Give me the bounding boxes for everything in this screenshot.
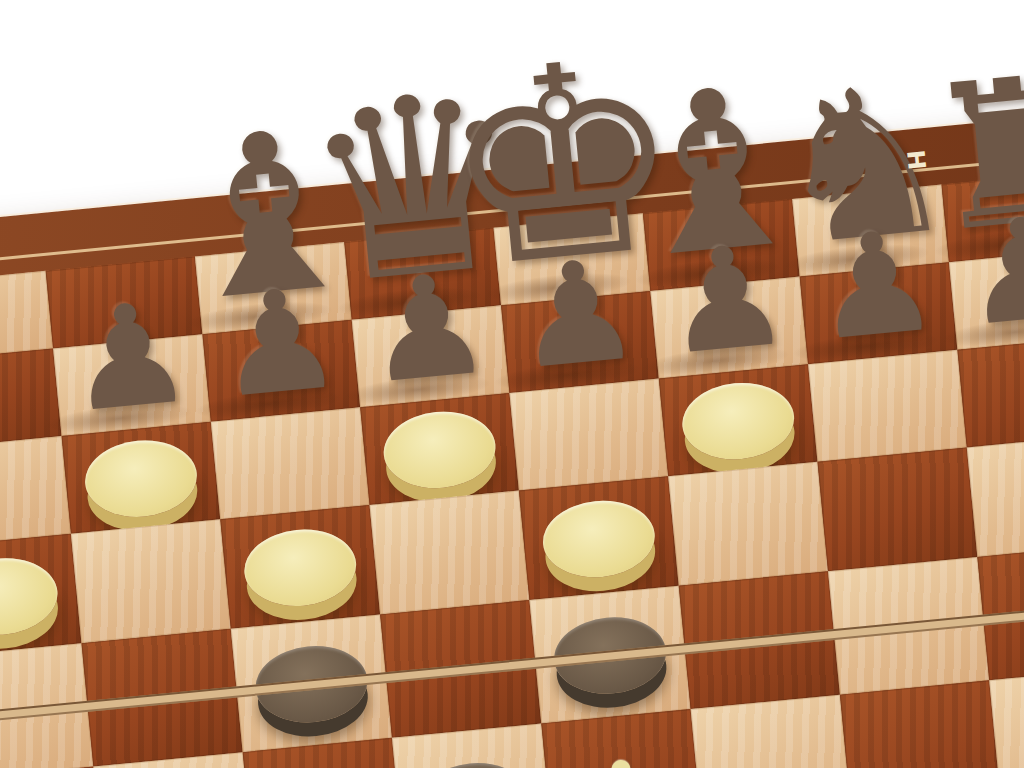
square-e5[interactable]	[519, 476, 679, 600]
cream-checker[interactable]	[82, 435, 201, 521]
square-g6[interactable]	[808, 350, 967, 462]
square-a6[interactable]	[0, 436, 71, 548]
cream-checker[interactable]	[540, 496, 659, 582]
square-d6[interactable]	[360, 393, 519, 505]
cream-pawn[interactable]: ♟	[566, 741, 683, 768]
cream-checker[interactable]	[0, 553, 61, 639]
cream-checker[interactable]	[380, 407, 499, 493]
square-g5[interactable]	[817, 447, 977, 571]
square-c6[interactable]	[211, 407, 370, 519]
board-photo-scene: ♝♛♚♝♞♜♟♟♟♟♟♟♟♟♟♟♟ H	[0, 0, 1024, 768]
square-h5[interactable]	[967, 433, 1024, 557]
square-a5[interactable]	[0, 534, 81, 658]
square-f5[interactable]	[668, 462, 828, 586]
chessboard-grid: ♝♛♚♝♞♜♟♟♟♟♟♟♟♟♟♟♟	[0, 170, 1024, 768]
square-c5[interactable]	[220, 505, 380, 629]
square-e6[interactable]	[509, 379, 668, 491]
cream-pawn[interactable]: ♟	[417, 755, 534, 768]
board-frame: ♝♛♚♝♞♜♟♟♟♟♟♟♟♟♟♟♟ H	[0, 108, 1024, 768]
square-d5[interactable]	[370, 491, 530, 615]
square-g3[interactable]	[840, 680, 1003, 768]
square-b6[interactable]	[62, 422, 221, 534]
square-h6[interactable]	[957, 335, 1024, 447]
square-b5[interactable]	[71, 519, 231, 643]
square-f6[interactable]	[659, 364, 818, 476]
coordinate-label-h: H	[900, 144, 933, 177]
cream-checker[interactable]	[679, 378, 798, 464]
square-h7[interactable]: ♟	[949, 248, 1024, 350]
square-f3[interactable]	[691, 695, 854, 768]
cream-checker[interactable]	[241, 525, 360, 611]
